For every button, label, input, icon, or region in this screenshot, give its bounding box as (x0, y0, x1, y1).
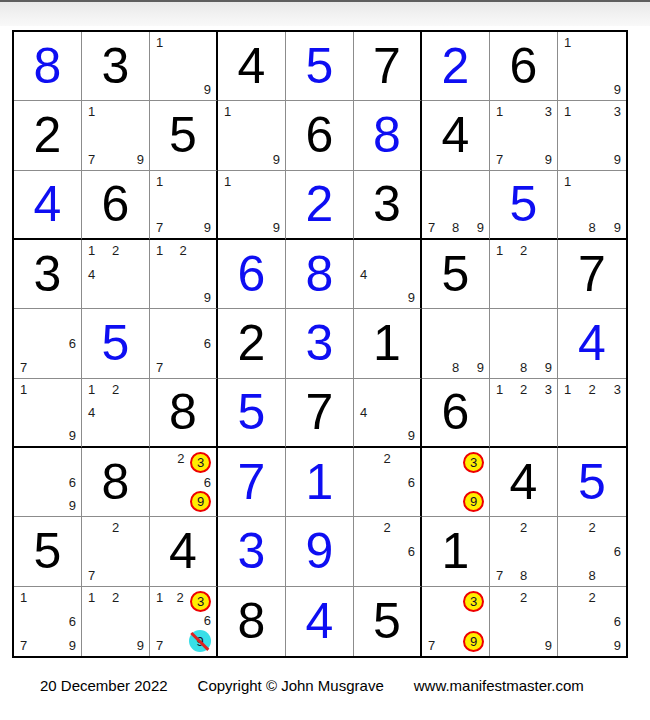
given-digit: 4 (490, 448, 557, 516)
candidate-digit: 2 (513, 381, 533, 402)
pencil-marks: 39 (422, 448, 489, 516)
cell-r8c4[interactable]: 3 (218, 517, 286, 586)
pencil-marks: 123 (558, 379, 626, 446)
cell-r7c3[interactable]: 2369 (150, 448, 218, 517)
pencil-marks: 89 (490, 309, 557, 377)
given-digit: 6 (82, 171, 149, 238)
candidate-digit: 1 (85, 589, 105, 611)
given-digit: 5 (14, 517, 81, 585)
pencil-marks: 379 (422, 587, 489, 656)
solved-digit: 8 (286, 240, 353, 308)
solved-digit: 5 (558, 448, 626, 516)
cell-r9c4[interactable]: 8 (218, 587, 286, 656)
candidate-digit: 8 (582, 215, 603, 236)
given-digit: 8 (82, 448, 149, 516)
cell-r1c5[interactable]: 5 (286, 32, 354, 101)
cell-r1c7[interactable]: 2 (422, 32, 490, 101)
cell-r4c8[interactable]: 12 (490, 240, 558, 309)
cell-r9c2[interactable]: 129 (82, 587, 150, 656)
candidate-digit: 4 (85, 263, 105, 284)
cell-r6c3[interactable]: 8 (150, 379, 218, 448)
cell-r3c8[interactable]: 5 (490, 171, 558, 240)
cell-r5c8[interactable]: 89 (490, 309, 558, 378)
candidate-digit: 7 (493, 562, 513, 583)
cell-r6c2[interactable]: 124 (82, 379, 150, 448)
cell-r5c5[interactable]: 3 (286, 309, 354, 378)
cell-r1c1[interactable]: 8 (14, 32, 82, 101)
highlighted-candidate: 3 (190, 452, 211, 473)
cell-r6c4[interactable]: 5 (218, 379, 286, 448)
candidate-digit: 7 (425, 215, 445, 236)
sudoku-board: 8319457261921795196841379139461791923789… (12, 30, 628, 658)
solved-digit: 3 (218, 517, 285, 585)
cell-r7c6[interactable]: 26 (354, 448, 422, 517)
cell-r5c6[interactable]: 1 (354, 309, 422, 378)
given-digit: 2 (14, 101, 81, 169)
cell-r3c6[interactable]: 3 (354, 171, 422, 240)
pencil-marks: 124 (82, 240, 149, 308)
candidate-digit: 1 (221, 173, 241, 194)
cell-r9c6[interactable]: 5 (354, 587, 422, 656)
candidate-digit: 2 (105, 589, 125, 611)
cell-r1c8[interactable]: 6 (490, 32, 558, 101)
highlighted-candidate: 9 (463, 491, 484, 512)
given-digit: 7 (354, 32, 420, 100)
pencil-marks: 26 (354, 517, 420, 585)
cell-r7c8[interactable]: 4 (490, 448, 558, 517)
pencil-marks: 124 (82, 379, 149, 446)
eliminated-candidate: 9 (189, 630, 211, 652)
given-digit: 4 (150, 517, 216, 585)
candidate-digit: 9 (534, 354, 554, 375)
cell-r2c9[interactable]: 139 (558, 101, 626, 170)
given-digit: 1 (354, 309, 420, 377)
pencil-marks: 789 (422, 171, 489, 238)
cell-r8c2[interactable]: 27 (82, 517, 150, 586)
pencil-marks: 29 (490, 587, 557, 656)
pencil-marks: 179 (150, 171, 216, 238)
candidate-digit: 1 (85, 103, 105, 124)
pencil-marks: 67 (14, 309, 81, 377)
cell-r8c8[interactable]: 278 (490, 517, 558, 586)
solved-digit: 5 (82, 309, 149, 377)
candidate-digit: 9 (397, 285, 417, 306)
footer-website-link[interactable]: www.manifestmaster.com (414, 677, 584, 694)
cell-r5c2[interactable]: 5 (82, 309, 150, 378)
cell-r8c9[interactable]: 268 (558, 517, 626, 586)
solved-digit: 5 (490, 171, 557, 238)
cell-r5c1[interactable]: 67 (14, 309, 82, 378)
cell-r6c7[interactable]: 6 (422, 379, 490, 448)
cell-r9c8[interactable]: 29 (490, 587, 558, 656)
cell-r8c6[interactable]: 26 (354, 517, 422, 586)
candidate-digit: 8 (513, 354, 533, 375)
candidate-digit: 2 (582, 519, 603, 540)
candidate-digit: 2 (513, 589, 533, 611)
cell-r4c9[interactable]: 7 (558, 240, 626, 309)
given-digit: 5 (150, 101, 216, 169)
candidate-digit: 9 (534, 146, 554, 167)
given-digit: 3 (14, 240, 81, 308)
cell-r2c6[interactable]: 8 (354, 101, 422, 170)
candidate-digit: 3 (602, 103, 623, 124)
cell-r8c5[interactable]: 9 (286, 517, 354, 586)
candidate-digit: 1 (561, 103, 582, 124)
cell-r8c1[interactable]: 5 (14, 517, 82, 586)
cell-r3c4[interactable]: 19 (218, 171, 286, 240)
given-digit: 8 (218, 587, 285, 656)
cell-r4c4[interactable]: 6 (218, 240, 286, 309)
candidate-digit: 8 (445, 354, 465, 375)
footer-copyright: Copyright © John Musgrave (198, 677, 384, 694)
given-digit: 7 (558, 240, 626, 308)
candidate-digit: 1 (153, 173, 173, 194)
highlighted-candidate: 9 (463, 631, 484, 652)
cell-r3c3[interactable]: 179 (150, 171, 218, 240)
pencil-marks: 12 (490, 240, 557, 308)
candidate-digit: 2 (582, 381, 603, 402)
candidate-digit: 2 (105, 242, 125, 263)
footer-date: 20 December 2022 (40, 677, 168, 694)
pencil-marks: 179 (82, 101, 149, 169)
candidate-digit: 7 (17, 632, 37, 654)
given-digit: 3 (354, 171, 420, 238)
pencil-marks: 26 (354, 448, 420, 516)
cell-r4c6[interactable]: 49 (354, 240, 422, 309)
solved-digit: 9 (286, 517, 353, 585)
candidate-digit: 2 (377, 519, 397, 540)
candidate-digit: 6 (58, 471, 78, 492)
cell-r4c1[interactable]: 3 (14, 240, 82, 309)
solved-digit: 4 (286, 587, 353, 656)
candidate-digit: 6 (190, 473, 213, 491)
cell-r9c9[interactable]: 269 (558, 587, 626, 656)
candidate-digit: 6 (58, 333, 78, 354)
cell-r6c1[interactable]: 19 (14, 379, 82, 448)
given-digit: 4 (218, 32, 285, 100)
given-digit: 7 (286, 379, 353, 446)
solved-digit: 5 (218, 379, 285, 446)
candidate-digit: 7 (85, 146, 105, 167)
cell-r3c9[interactable]: 189 (558, 171, 626, 240)
highlighted-candidate: 3 (190, 591, 211, 612)
cell-r3c5[interactable]: 2 (286, 171, 354, 240)
given-digit: 1 (422, 517, 489, 585)
cell-r2c8[interactable]: 1379 (490, 101, 558, 170)
solved-digit: 7 (218, 448, 285, 516)
candidate-digit: 1 (17, 589, 37, 611)
cell-r1c4[interactable]: 4 (218, 32, 286, 101)
candidate-digit: 9 (126, 146, 146, 167)
candidate-digit: 1 (493, 242, 513, 263)
cell-r7c5[interactable]: 1 (286, 448, 354, 517)
candidate-digit: 6 (58, 610, 78, 632)
candidate-digit: 9 (262, 146, 282, 167)
candidate-digit: 3 (534, 381, 554, 402)
pencil-marks: 269 (558, 587, 626, 656)
given-digit: 5 (354, 587, 420, 656)
candidate-digit: 9 (602, 632, 623, 654)
candidate-digit: 9 (602, 146, 623, 167)
cell-r2c5[interactable]: 6 (286, 101, 354, 170)
candidate-digit: 8 (582, 562, 603, 583)
cell-r2c2[interactable]: 179 (82, 101, 150, 170)
cell-r5c3[interactable]: 67 (150, 309, 218, 378)
candidate-digit: 7 (153, 354, 173, 375)
pencil-marks: 49 (354, 379, 420, 446)
candidate-digit: 7 (493, 146, 513, 167)
solved-digit: 8 (14, 32, 81, 100)
candidate-digit: 9 (58, 632, 78, 654)
cell-r4c2[interactable]: 124 (82, 240, 150, 309)
cell-r7c9[interactable]: 5 (558, 448, 626, 517)
cell-r3c2[interactable]: 6 (82, 171, 150, 240)
pencil-marks: 139 (558, 101, 626, 169)
candidate-digit: 9 (534, 632, 554, 654)
candidate-digit: 9 (602, 215, 623, 236)
cell-r8c3[interactable]: 4 (150, 517, 218, 586)
cell-r4c5[interactable]: 8 (286, 240, 354, 309)
cell-r6c6[interactable]: 49 (354, 379, 422, 448)
pencil-marks: 19 (558, 32, 626, 100)
pencil-marks: 19 (150, 32, 216, 100)
cell-r3c7[interactable]: 789 (422, 171, 490, 240)
candidate-digit: 4 (357, 402, 377, 423)
candidate-digit: 2 (582, 589, 603, 611)
pencil-marks: 49 (354, 240, 420, 308)
candidate-digit: 3 (534, 103, 554, 124)
candidate-digit: 1 (17, 381, 37, 402)
given-digit: 4 (422, 101, 489, 169)
candidate-digit: 2 (513, 519, 533, 540)
cell-r9c1[interactable]: 1679 (14, 587, 82, 656)
pencil-marks: 123679 (150, 587, 216, 656)
given-digit: 5 (422, 240, 489, 308)
candidate-digit: 1 (493, 103, 513, 124)
highlighted-candidate: 3 (463, 591, 484, 612)
candidate-digit: 1 (221, 103, 241, 124)
candidate-digit: 7 (153, 215, 173, 236)
pencil-marks: 19 (218, 171, 285, 238)
candidate-digit: 1 (153, 589, 171, 612)
pencil-marks: 1679 (14, 587, 81, 656)
candidate-digit: 9 (466, 354, 486, 375)
cell-r4c7[interactable]: 5 (422, 240, 490, 309)
candidate-digit: 1 (561, 381, 582, 402)
pencil-marks: 89 (422, 309, 489, 377)
cell-r1c9[interactable]: 19 (558, 32, 626, 101)
pencil-marks: 123 (490, 379, 557, 446)
cell-r9c5[interactable]: 4 (286, 587, 354, 656)
solved-digit: 5 (286, 32, 353, 100)
pencil-marks: 129 (82, 587, 149, 656)
given-digit: 6 (422, 379, 489, 446)
candidate-digit: 1 (153, 242, 173, 263)
highlighted-candidate: 9 (190, 491, 211, 512)
candidate-digit: 1 (85, 381, 105, 402)
candidate-digit: 1 (85, 242, 105, 263)
cell-r6c9[interactable]: 123 (558, 379, 626, 448)
candidate-digit: 1 (153, 34, 173, 55)
candidate-digit: 2 (173, 242, 193, 263)
given-digit: 2 (218, 309, 285, 377)
cell-r2c1[interactable]: 2 (14, 101, 82, 170)
candidate-digit: 3 (602, 381, 623, 402)
candidate-digit: 7 (153, 630, 171, 654)
candidate-digit: 6 (602, 610, 623, 632)
candidate-digit: 4 (357, 263, 377, 284)
cell-r9c3[interactable]: 123679 (150, 587, 218, 656)
candidate-digit: 2 (105, 519, 125, 540)
candidate-digit: 8 (513, 562, 533, 583)
footer: 20 December 2022 Copyright © John Musgra… (40, 677, 584, 694)
solved-digit: 2 (422, 32, 489, 100)
cell-r2c4[interactable]: 19 (218, 101, 286, 170)
cell-r2c7[interactable]: 4 (422, 101, 490, 170)
candidate-digit: 9 (58, 423, 78, 444)
candidate-digit: 9 (193, 77, 213, 98)
candidate-digit: 9 (58, 493, 78, 514)
candidate-digit: 9 (397, 423, 417, 444)
cell-r9c7[interactable]: 379 (422, 587, 490, 656)
candidate-digit: 2 (171, 589, 189, 612)
solved-digit: 6 (218, 240, 285, 308)
pencil-marks: 2369 (150, 448, 216, 516)
candidate-digit: 1 (493, 381, 513, 402)
pencil-marks: 19 (218, 101, 285, 169)
candidate-digit: 6 (397, 471, 417, 492)
solved-digit: 3 (286, 309, 353, 377)
candidate-digit: 1 (561, 173, 582, 194)
cell-r1c2[interactable]: 3 (82, 32, 150, 101)
candidate-digit: 2 (513, 242, 533, 263)
cell-r5c4[interactable]: 2 (218, 309, 286, 378)
candidate-digit: 6 (397, 541, 417, 562)
candidate-digit: 2 (105, 381, 125, 402)
pencil-marks: 27 (82, 517, 149, 585)
cell-r7c1[interactable]: 69 (14, 448, 82, 517)
given-digit: 8 (150, 379, 216, 446)
cell-r7c2[interactable]: 8 (82, 448, 150, 517)
candidate-digit: 9 (466, 215, 486, 236)
candidate-digit: 2 (172, 450, 191, 473)
given-digit: 3 (82, 32, 149, 100)
candidate-digit: 7 (425, 631, 444, 654)
solved-digit: 1 (286, 448, 353, 516)
candidate-digit: 9 (193, 215, 213, 236)
pencil-marks: 1379 (490, 101, 557, 169)
cell-r3c1[interactable]: 4 (14, 171, 82, 240)
candidate-digit: 6 (193, 333, 213, 354)
cell-r2c3[interactable]: 5 (150, 101, 218, 170)
candidate-digit: 9 (193, 285, 213, 306)
cell-r7c4[interactable]: 7 (218, 448, 286, 517)
pencil-marks: 129 (150, 240, 216, 308)
candidate-digit: 1 (561, 34, 582, 55)
given-digit: 6 (490, 32, 557, 100)
cell-r6c8[interactable]: 123 (490, 379, 558, 448)
pencil-marks: 19 (14, 379, 81, 446)
candidate-digit: 9 (262, 215, 282, 236)
pencil-marks: 278 (490, 517, 557, 585)
candidate-digit: 7 (85, 562, 105, 583)
cell-r5c7[interactable]: 89 (422, 309, 490, 378)
window-top-edge (0, 0, 650, 26)
pencil-marks: 69 (14, 448, 81, 516)
cell-r1c3[interactable]: 19 (150, 32, 218, 101)
candidate-digit: 6 (602, 541, 623, 562)
solved-digit: 4 (14, 171, 81, 238)
candidate-digit: 9 (126, 632, 146, 654)
candidate-digit: 4 (85, 402, 105, 423)
pencil-marks: 67 (150, 309, 216, 377)
cell-r4c3[interactable]: 129 (150, 240, 218, 309)
candidate-digit: 2 (377, 450, 397, 471)
solved-digit: 2 (286, 171, 353, 238)
candidate-digit: 6 (189, 612, 213, 630)
cell-r5c9[interactable]: 4 (558, 309, 626, 378)
pencil-marks: 268 (558, 517, 626, 585)
candidate-digit: 8 (445, 215, 465, 236)
cell-r1c6[interactable]: 7 (354, 32, 422, 101)
cell-r6c5[interactable]: 7 (286, 379, 354, 448)
cell-r8c7[interactable]: 1 (422, 517, 490, 586)
highlighted-candidate: 3 (463, 452, 484, 473)
solved-digit: 8 (354, 101, 420, 169)
candidate-digit: 9 (602, 77, 623, 98)
given-digit: 6 (286, 101, 353, 169)
pencil-marks: 189 (558, 171, 626, 238)
cell-r7c7[interactable]: 39 (422, 448, 490, 517)
solved-digit: 4 (558, 309, 626, 377)
candidate-digit: 7 (17, 354, 37, 375)
